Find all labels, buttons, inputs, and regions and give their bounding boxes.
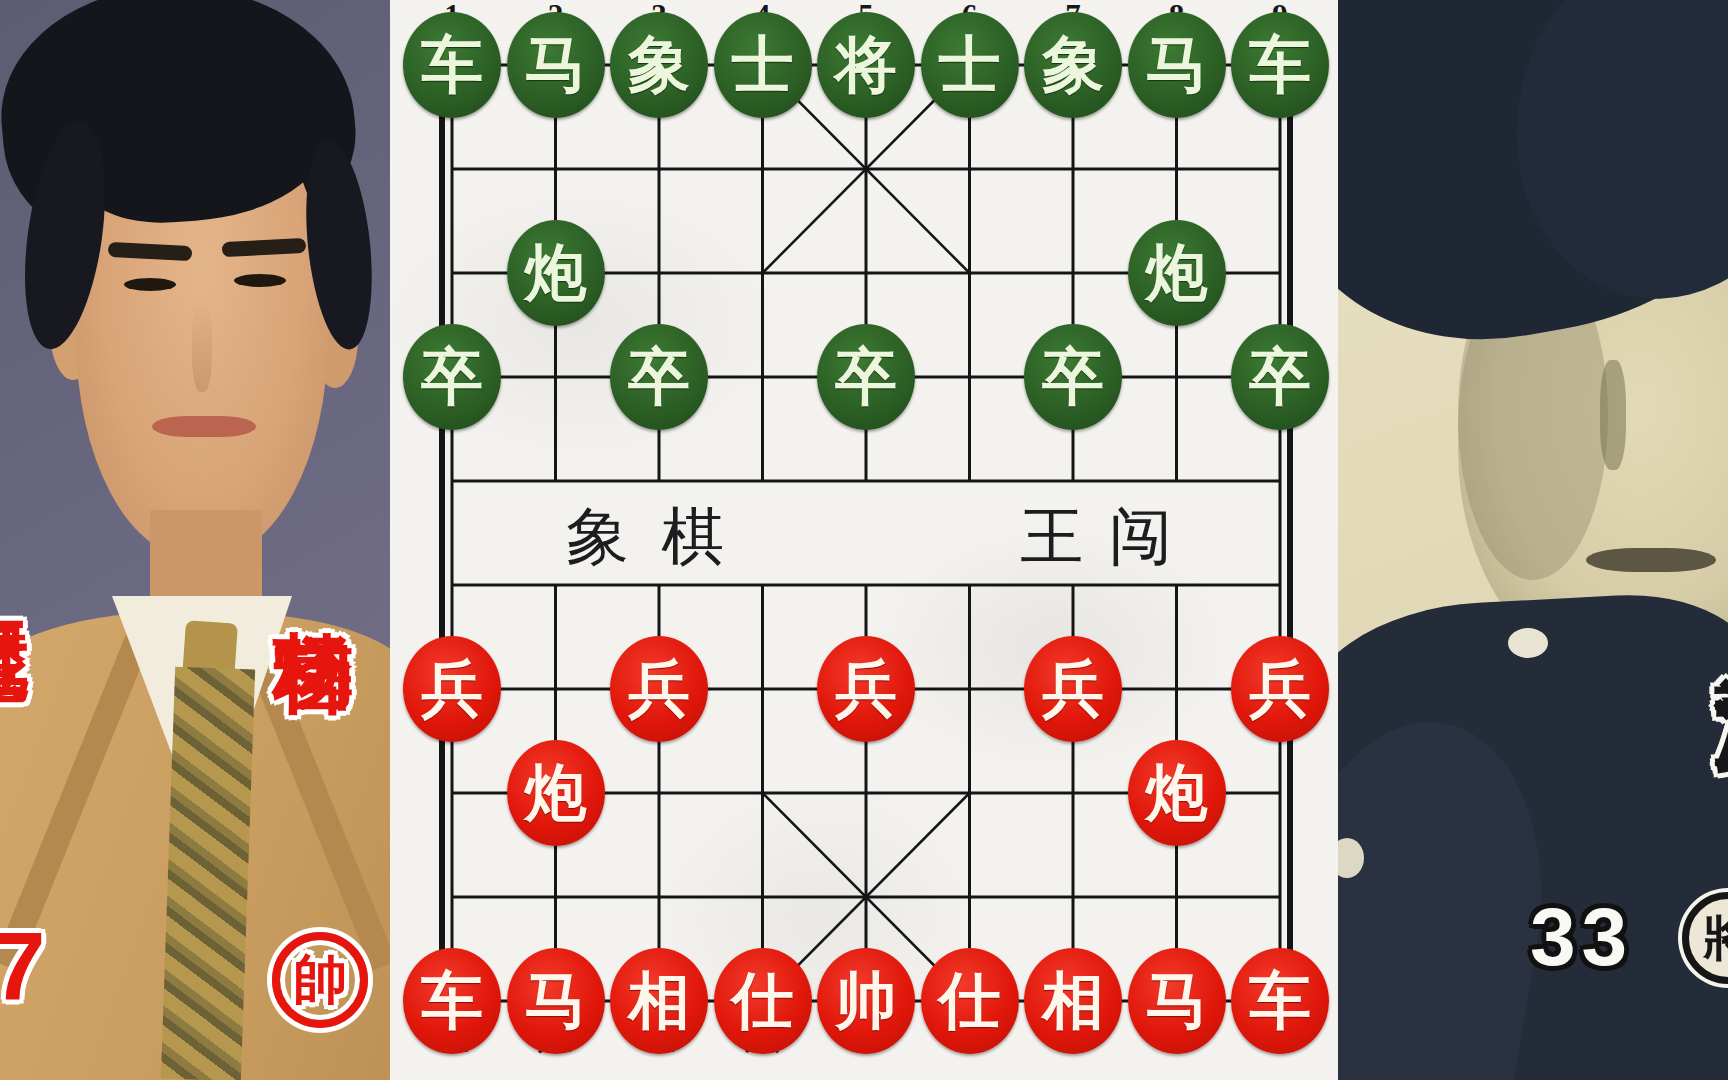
piece-green-将-f5r1[interactable]: 将 [817,12,915,118]
piece-green-象-f3r1[interactable]: 象 [610,12,708,118]
river-text-right: 王闯 [1020,494,1198,580]
piece-red-兵-f3r7[interactable]: 兵 [610,636,708,742]
piece-green-马-f2r1[interactable]: 马 [507,12,605,118]
piece-green-炮-f8r3[interactable]: 炮 [1128,220,1226,326]
red-general-badge: 帥 [272,932,368,1028]
piece-green-士-f6r1[interactable]: 士 [921,12,1019,118]
piece-red-兵-f7r7[interactable]: 兵 [1024,636,1122,742]
piece-red-兵-f9r7[interactable]: 兵 [1231,636,1329,742]
piece-red-马-f8r10[interactable]: 马 [1128,948,1226,1054]
piece-red-马-f2r10[interactable]: 马 [507,948,605,1054]
piece-green-象-f7r1[interactable]: 象 [1024,12,1122,118]
black-general-badge-char: 將 [1703,905,1728,972]
left-nose-shape [192,300,212,392]
piece-green-卒-f1r4[interactable]: 卒 [403,324,501,430]
piece-red-相-f7r10[interactable]: 相 [1024,948,1122,1054]
left-eye-shape [234,274,286,287]
left-tie-shape [161,667,255,1080]
piece-red-炮-f2r8[interactable]: 炮 [507,740,605,846]
left-mouth-shape [152,416,256,437]
piece-green-卒-f5r4[interactable]: 卒 [817,324,915,430]
left-player-photo: 混世魔王 杨官璘 7 帥 [0,0,390,1080]
piece-green-卒-f3r4[interactable]: 卒 [610,324,708,430]
right-player-photo: 董文渊 33 將 [1338,0,1728,1080]
right-mouth-shape [1586,548,1716,572]
piece-green-卒-f9r4[interactable]: 卒 [1231,324,1329,430]
left-eye-shape [124,278,176,291]
piece-red-炮-f8r8[interactable]: 炮 [1128,740,1226,846]
piece-red-兵-f1r7[interactable]: 兵 [403,636,501,742]
left-player-score: 7 [0,912,45,1022]
right-nose-shape [1600,360,1626,470]
piece-red-车-f1r10[interactable]: 车 [403,948,501,1054]
red-general-badge-char: 帥 [293,944,347,1017]
xiangqi-board: 123456789 九八七六五四三二一 象棋 王闯 车马象士将士象马车炮炮卒卒卒… [390,0,1338,1080]
piece-green-炮-f2r3[interactable]: 炮 [507,220,605,326]
piece-green-卒-f7r4[interactable]: 卒 [1024,324,1122,430]
piece-green-士-f4r1[interactable]: 士 [714,12,812,118]
video-frame: 混世魔王 杨官璘 7 帥 123456789 九八七六五四三二一 象棋 王闯 车… [0,0,1728,1080]
piece-green-车-f9r1[interactable]: 车 [1231,12,1329,118]
piece-red-仕-f4r10[interactable]: 仕 [714,948,812,1054]
river-text-left: 象棋 [566,494,756,580]
piece-green-车-f1r1[interactable]: 车 [403,12,501,118]
right-collar-highlight [1508,628,1548,658]
piece-red-相-f3r10[interactable]: 相 [610,948,708,1054]
piece-red-仕-f6r10[interactable]: 仕 [921,948,1019,1054]
right-player-score: 33 [1530,890,1633,984]
piece-red-帅-f5r10[interactable]: 帅 [817,948,915,1054]
piece-green-马-f8r1[interactable]: 马 [1128,12,1226,118]
piece-red-兵-f5r7[interactable]: 兵 [817,636,915,742]
piece-red-车-f9r10[interactable]: 车 [1231,948,1329,1054]
